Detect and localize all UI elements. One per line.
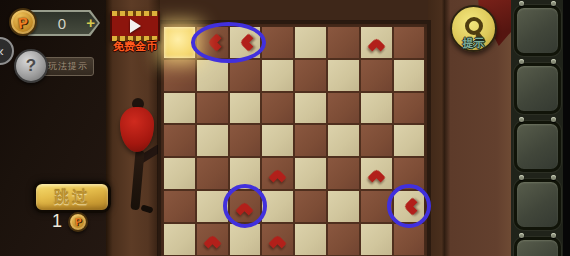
cell-r2c8[interactable] (394, 60, 425, 91)
coin-letter: P (17, 13, 29, 31)
cell-r6c4[interactable] (262, 191, 293, 222)
cell-r6c5[interactable] (295, 191, 326, 222)
free-coins-label: 免费金币 (104, 39, 166, 54)
cell-r2c3[interactable] (230, 60, 261, 91)
cell-r6c6[interactable] (328, 191, 359, 222)
howto-label: 玩法提示 (48, 60, 88, 73)
p-coin-icon-small: P (68, 212, 88, 232)
cell-r4c4[interactable] (262, 125, 293, 156)
puzzle-board[interactable] (164, 27, 424, 255)
skip-button[interactable]: 跳过 (33, 181, 111, 213)
inventory-slot[interactable] (514, 179, 561, 230)
cell-r4c8[interactable] (394, 125, 425, 156)
cell-r5c4[interactable] (262, 158, 293, 189)
coin-count-value: 0 (58, 15, 66, 32)
cell-r3c3[interactable] (230, 93, 261, 124)
cell-r7c1[interactable] (164, 224, 195, 255)
inventory-slot[interactable] (514, 63, 561, 114)
doll-foot (140, 204, 153, 213)
cell-r2c5[interactable] (295, 60, 326, 91)
red-up-arrow (203, 234, 221, 252)
cell-r1c2[interactable] (197, 27, 228, 58)
cell-r1c1[interactable] (164, 27, 195, 58)
cell-r3c7[interactable] (361, 93, 392, 124)
cell-r7c5[interactable] (295, 224, 326, 255)
cell-r1c8[interactable] (394, 27, 425, 58)
skip-button-label: 跳过 (54, 188, 90, 207)
inventory-slot[interactable] (514, 5, 561, 56)
red-left-arrow (404, 197, 422, 215)
cell-r3c4[interactable] (262, 93, 293, 124)
cell-r7c4[interactable] (262, 224, 293, 255)
magnifier-icon (465, 17, 483, 35)
doll-leg (130, 150, 144, 211)
cell-r3c8[interactable] (394, 93, 425, 124)
game-screen: 0 + P « 玩法提示 ? 免费金币 提示 跳过 1 P (0, 0, 570, 256)
cell-r4c3[interactable] (230, 125, 261, 156)
question-mark-icon: ? (26, 56, 36, 76)
howto-label-plate: 玩法提示 (42, 57, 94, 76)
cell-r4c6[interactable] (328, 125, 359, 156)
coin-letter: P (74, 216, 82, 228)
hint-coin-count: 1 P (52, 211, 88, 232)
doll-red-torso (120, 107, 154, 152)
red-left-arrow (240, 33, 258, 51)
cell-r5c1[interactable] (164, 158, 195, 189)
cell-r7c2[interactable] (197, 224, 228, 255)
cell-r6c3[interactable] (230, 191, 261, 222)
cell-r4c5[interactable] (295, 125, 326, 156)
cell-r4c7[interactable] (361, 125, 392, 156)
cell-r7c8[interactable] (394, 224, 425, 255)
cell-r5c2[interactable] (197, 158, 228, 189)
cell-r3c5[interactable] (295, 93, 326, 124)
p-coin-icon: P (9, 8, 37, 36)
cell-r5c7[interactable] (361, 158, 392, 189)
cell-r6c7[interactable] (361, 191, 392, 222)
red-left-arrow (207, 33, 225, 51)
cell-r7c7[interactable] (361, 224, 392, 255)
cell-r1c4[interactable] (262, 27, 293, 58)
cell-r4c1[interactable] (164, 125, 195, 156)
cell-r6c8[interactable] (394, 191, 425, 222)
cell-r3c2[interactable] (197, 93, 228, 124)
cell-r2c6[interactable] (328, 60, 359, 91)
cell-r5c8[interactable] (394, 158, 425, 189)
cell-r1c7[interactable] (361, 27, 392, 58)
cell-r5c6[interactable] (328, 158, 359, 189)
cell-r7c6[interactable] (328, 224, 359, 255)
red-up-arrow (367, 37, 385, 55)
hint-count-value: 1 (52, 211, 62, 232)
free-coins-ad-button[interactable] (110, 11, 160, 41)
cell-r3c6[interactable] (328, 93, 359, 124)
red-up-arrow (236, 201, 254, 219)
inventory-slot[interactable] (514, 237, 561, 256)
cell-r5c3[interactable] (230, 158, 261, 189)
add-coins-button[interactable]: + (86, 14, 95, 31)
red-up-arrow (367, 168, 385, 186)
inventory-slot[interactable] (514, 121, 561, 172)
cell-r6c2[interactable] (197, 191, 228, 222)
cell-r1c3[interactable] (230, 27, 261, 58)
cell-r3c1[interactable] (164, 93, 195, 124)
hint-button-label: 提示 (450, 36, 497, 51)
hanging-doll-decoration (117, 96, 161, 216)
cell-r1c5[interactable] (295, 27, 326, 58)
red-up-arrow (269, 168, 287, 186)
play-icon (130, 19, 141, 33)
question-mark-button[interactable]: ? (14, 49, 48, 83)
cell-r7c3[interactable] (230, 224, 261, 255)
cell-r1c6[interactable] (328, 27, 359, 58)
cell-r4c2[interactable] (197, 125, 228, 156)
cell-r2c2[interactable] (197, 60, 228, 91)
chevron-left-icon: « (0, 43, 4, 59)
screen-edge-strip (563, 0, 570, 256)
cell-r6c1[interactable] (164, 191, 195, 222)
cell-r5c5[interactable] (295, 158, 326, 189)
board-grid (164, 27, 424, 255)
inventory-panel (511, 0, 563, 256)
cell-r2c1[interactable] (164, 60, 195, 91)
cell-r2c4[interactable] (262, 60, 293, 91)
red-up-arrow (269, 234, 287, 252)
cell-r2c7[interactable] (361, 60, 392, 91)
puzzle-board-frame (158, 21, 430, 256)
